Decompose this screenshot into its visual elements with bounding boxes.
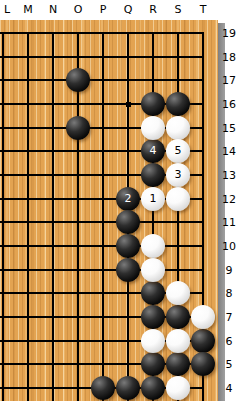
stone-white-R9[interactable] [141,258,165,282]
col-label-M: M [23,2,33,18]
grid-line-row-10 [0,245,204,247]
col-label-S: S [175,2,182,18]
row-label-10: 10 [222,240,236,253]
stone-white-S4[interactable] [166,376,190,400]
row-label-4: 4 [226,382,233,395]
row-label-13: 13 [222,169,236,182]
row-label-5: 5 [226,358,233,371]
stone-white-S13-move-3[interactable]: 3 [166,163,190,187]
grid-line-col-N [52,32,54,401]
stone-black-P4[interactable] [91,376,115,400]
stone-black-S16[interactable] [166,92,190,116]
grid-line-row-17 [0,79,204,81]
grid-line-col-L [2,32,4,401]
stone-black-T6[interactable] [191,329,215,353]
stone-white-S6[interactable] [166,329,190,353]
col-label-R: R [149,2,157,18]
grid-line-row-19 [0,32,204,34]
row-label-16: 16 [222,98,236,111]
stone-black-R16[interactable] [141,92,165,116]
row-label-6: 6 [226,334,233,347]
grid-line-col-P [102,32,104,401]
stone-black-Q10[interactable] [116,234,140,258]
stone-white-S12[interactable] [166,187,190,211]
stone-black-Q4[interactable] [116,376,140,400]
grid-line-row-11 [0,221,204,223]
stone-black-S7[interactable] [166,305,190,329]
stone-black-Q9[interactable] [116,258,140,282]
stone-black-R7[interactable] [141,305,165,329]
row-label-11: 11 [222,216,236,229]
col-label-P: P [100,2,107,18]
grid-line-row-9 [0,269,204,271]
row-label-7: 7 [226,311,233,324]
stone-black-R13[interactable] [141,163,165,187]
stone-black-O15[interactable] [66,116,90,140]
stone-white-R15[interactable] [141,116,165,140]
row-label-9: 9 [226,263,233,276]
stone-black-R4[interactable] [141,376,165,400]
row-label-14: 14 [222,145,236,158]
col-label-T: T [200,2,207,18]
col-label-Q: Q [124,2,133,18]
row-label-8: 8 [226,287,233,300]
stone-black-Q12-move-2[interactable]: 2 [116,187,140,211]
stone-white-R6[interactable] [141,329,165,353]
stone-white-R10[interactable] [141,234,165,258]
col-label-L: L [4,2,10,18]
grid-line-col-M [27,32,29,401]
col-label-O: O [74,2,83,18]
stone-white-S15[interactable] [166,116,190,140]
col-label-N: N [49,2,57,18]
row-label-18: 18 [222,50,236,63]
grid-line-row-18 [0,56,204,58]
stone-white-T7[interactable] [191,305,215,329]
go-board-diagram: LMNOPQRST1918171615141312111098765442531 [0,0,236,401]
star-point-Q16 [126,102,131,107]
row-label-12: 12 [222,192,236,205]
stone-white-R12-move-1[interactable]: 1 [141,187,165,211]
row-label-19: 19 [222,27,236,40]
row-label-17: 17 [222,74,236,87]
row-label-15: 15 [222,121,236,134]
